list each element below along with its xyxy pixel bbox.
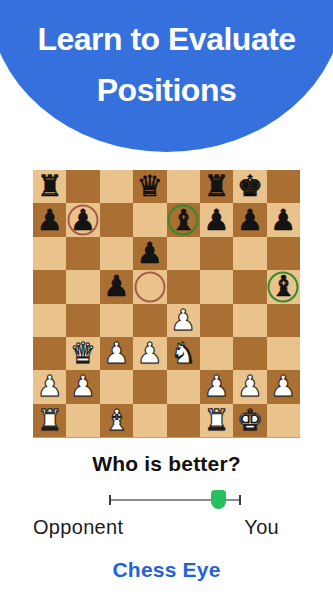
square-e5 [167,270,200,303]
square-g5 [233,270,266,303]
piece-white-pawn: ♟ [204,372,230,401]
slider-thumb[interactable] [211,490,226,509]
piece-black-queen: ♛ [137,172,163,201]
square-c8 [100,170,133,203]
square-f6 [200,237,233,270]
square-f2: ♟ [200,370,233,403]
slider-label-you: You [244,516,279,539]
square-b3: ♛ [66,337,99,370]
square-h8 [267,170,300,203]
app-name: Chess Eye [0,558,333,582]
header-title-line1: Learn to Evaluate [0,23,333,55]
square-c1: ♝ [100,404,133,437]
square-b1 [66,404,99,437]
slider-right-tick [239,495,241,505]
piece-white-queen: ♛ [70,339,96,368]
square-f7: ♟ [200,203,233,236]
square-b7: ♟ [66,203,99,236]
piece-black-bishop: ♝ [170,206,196,235]
square-a8: ♜ [33,170,66,203]
square-h7: ♟ [267,203,300,236]
square-c5: ♟ [100,270,133,303]
piece-white-rook: ♜ [204,406,230,435]
square-g8: ♚ [233,170,266,203]
square-f4 [200,304,233,337]
square-g1: ♚ [233,404,266,437]
piece-white-knight: ♞ [170,339,196,368]
piece-white-pawn: ♟ [37,372,63,401]
square-h4 [267,304,300,337]
square-g4 [233,304,266,337]
square-b6 [66,237,99,270]
piece-black-pawn: ♟ [137,239,163,268]
piece-black-pawn: ♟ [70,206,96,235]
square-d1 [133,404,166,437]
piece-white-rook: ♜ [37,406,63,435]
screenshot-root: Learn to Evaluate Positions ♜♛♜♚♟♟♝♟♟♟♟♟… [0,0,333,592]
slider-left-tick [109,495,111,505]
piece-black-pawn: ♟ [37,206,63,235]
square-d2 [133,370,166,403]
square-d3: ♟ [133,337,166,370]
square-h6 [267,237,300,270]
square-e4: ♟ [167,304,200,337]
piece-white-pawn: ♟ [70,372,96,401]
square-c2 [100,370,133,403]
square-b2: ♟ [66,370,99,403]
piece-white-pawn: ♟ [170,306,196,335]
square-e8 [167,170,200,203]
piece-black-bishop: ♝ [270,272,296,301]
square-c6 [100,237,133,270]
square-g6 [233,237,266,270]
square-a4 [33,304,66,337]
question-label: Who is better? [0,452,333,476]
square-c4 [100,304,133,337]
square-a6 [33,237,66,270]
square-a1: ♜ [33,404,66,437]
piece-black-pawn: ♟ [270,206,296,235]
square-e3: ♞ [167,337,200,370]
square-e7: ♝ [167,203,200,236]
square-e2 [167,370,200,403]
piece-white-king: ♚ [237,406,263,435]
square-h3 [267,337,300,370]
square-f5 [200,270,233,303]
evaluation-slider[interactable] [0,487,333,513]
piece-black-king: ♚ [237,172,263,201]
square-a7: ♟ [33,203,66,236]
piece-white-pawn: ♟ [237,372,263,401]
piece-white-bishop: ♝ [103,406,129,435]
square-c3: ♟ [100,337,133,370]
header-title-line2: Positions [0,74,333,106]
piece-black-rook: ♜ [204,172,230,201]
slider-label-opponent: Opponent [33,516,123,539]
square-a5 [33,270,66,303]
square-b8 [66,170,99,203]
square-e1 [167,404,200,437]
square-b5 [66,270,99,303]
square-h1 [267,404,300,437]
piece-black-pawn: ♟ [103,272,129,301]
piece-black-pawn: ♟ [237,206,263,235]
square-a2: ♟ [33,370,66,403]
square-g2: ♟ [233,370,266,403]
square-d8: ♛ [133,170,166,203]
square-f8: ♜ [200,170,233,203]
piece-black-rook: ♜ [37,172,63,201]
square-c7 [100,203,133,236]
square-h2: ♟ [267,370,300,403]
square-b4 [66,304,99,337]
square-d6: ♟ [133,237,166,270]
square-d5 [133,270,166,303]
piece-white-pawn: ♟ [270,372,296,401]
piece-white-pawn: ♟ [103,339,129,368]
square-f3 [200,337,233,370]
piece-white-pawn: ♟ [137,339,163,368]
square-h5: ♝ [267,270,300,303]
piece-black-pawn: ♟ [204,206,230,235]
square-d4 [133,304,166,337]
slider-labels-row: Opponent You [33,516,279,539]
chess-board: ♜♛♜♚♟♟♝♟♟♟♟♟♝♟♛♟♟♞♟♟♟♟♟♜♝♜♚ [33,170,300,438]
square-e6 [167,237,200,270]
square-g7: ♟ [233,203,266,236]
square-g3 [233,337,266,370]
square-a3 [33,337,66,370]
square-f1: ♜ [200,404,233,437]
square-d7 [133,203,166,236]
annotation-circle-d5 [134,271,165,302]
